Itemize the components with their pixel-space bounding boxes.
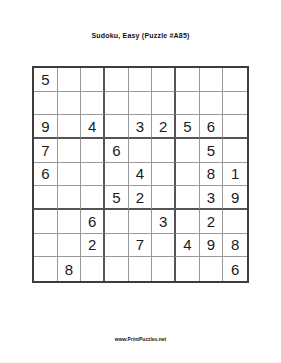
cell-r1c2[interactable] [58,68,82,92]
cell-r7c3[interactable]: 6 [81,210,105,234]
cell-r4c8[interactable]: 5 [200,139,224,163]
cell-r8c9[interactable]: 8 [223,234,247,258]
cell-r8c4[interactable] [105,234,129,258]
cell-r9c7[interactable] [176,257,200,281]
cell-r5c4[interactable] [105,163,129,187]
cell-r8c5[interactable]: 7 [129,234,153,258]
cell-r2c4[interactable] [105,92,129,116]
cell-r2c3[interactable] [81,92,105,116]
footer-url: www.PrintPuzzles.net [0,336,281,342]
cell-r4c5[interactable] [129,139,153,163]
puzzle-page: Sudoku, Easy (Puzzle #A85) 5943256765648… [0,0,281,363]
cell-r6c9[interactable]: 9 [223,186,247,210]
cell-r9c4[interactable] [105,257,129,281]
cell-r7c1[interactable] [34,210,58,234]
cell-r9c1[interactable] [34,257,58,281]
cell-r3c6[interactable]: 2 [152,115,176,139]
cell-r1c5[interactable] [129,68,153,92]
cell-r9c2[interactable]: 8 [58,257,82,281]
cell-r1c1[interactable]: 5 [34,68,58,92]
cell-r4c6[interactable] [152,139,176,163]
cell-r1c9[interactable] [223,68,247,92]
cell-r9c5[interactable] [129,257,153,281]
cell-r3c3[interactable]: 4 [81,115,105,139]
cell-r4c1[interactable]: 7 [34,139,58,163]
cell-r6c4[interactable]: 5 [105,186,129,210]
cell-r7c7[interactable] [176,210,200,234]
cell-r3c1[interactable]: 9 [34,115,58,139]
cell-r5c5[interactable]: 4 [129,163,153,187]
cell-r2c6[interactable] [152,92,176,116]
cell-r4c9[interactable] [223,139,247,163]
cell-r6c1[interactable] [34,186,58,210]
cell-r6c6[interactable] [152,186,176,210]
cell-r3c9[interactable] [223,115,247,139]
cell-r2c5[interactable] [129,92,153,116]
cell-r2c7[interactable] [176,92,200,116]
cell-r9c9[interactable]: 6 [223,257,247,281]
cell-r9c8[interactable] [200,257,224,281]
cell-r7c5[interactable] [129,210,153,234]
cell-r1c7[interactable] [176,68,200,92]
cell-r2c1[interactable] [34,92,58,116]
cell-r6c3[interactable] [81,186,105,210]
cell-r5c3[interactable] [81,163,105,187]
cell-r8c8[interactable]: 9 [200,234,224,258]
cell-r5c9[interactable]: 1 [223,163,247,187]
cell-r3c8[interactable]: 6 [200,115,224,139]
cell-r2c2[interactable] [58,92,82,116]
cell-r1c8[interactable] [200,68,224,92]
cell-r5c8[interactable]: 8 [200,163,224,187]
cell-r3c4[interactable] [105,115,129,139]
cell-r3c5[interactable]: 3 [129,115,153,139]
cell-r1c6[interactable] [152,68,176,92]
cell-r9c3[interactable] [81,257,105,281]
cell-r4c2[interactable] [58,139,82,163]
cell-r4c4[interactable]: 6 [105,139,129,163]
cell-r6c7[interactable] [176,186,200,210]
cell-r5c6[interactable] [152,163,176,187]
cell-r1c3[interactable] [81,68,105,92]
cell-r8c7[interactable]: 4 [176,234,200,258]
cell-r5c1[interactable]: 6 [34,163,58,187]
cell-r7c6[interactable]: 3 [152,210,176,234]
sudoku-board: 5943256765648152396322749886 [32,66,249,283]
cell-r9c6[interactable] [152,257,176,281]
cell-r2c8[interactable] [200,92,224,116]
cell-r7c4[interactable] [105,210,129,234]
cell-r6c5[interactable]: 2 [129,186,153,210]
cell-r8c3[interactable]: 2 [81,234,105,258]
cell-r7c9[interactable] [223,210,247,234]
cell-r4c7[interactable] [176,139,200,163]
cell-r3c7[interactable]: 5 [176,115,200,139]
cell-r8c1[interactable] [34,234,58,258]
cell-r5c2[interactable] [58,163,82,187]
cell-r3c2[interactable] [58,115,82,139]
cell-r1c4[interactable] [105,68,129,92]
cell-r4c3[interactable] [81,139,105,163]
cell-r2c9[interactable] [223,92,247,116]
cell-r8c2[interactable] [58,234,82,258]
cell-r5c7[interactable] [176,163,200,187]
cell-r6c8[interactable]: 3 [200,186,224,210]
page-title: Sudoku, Easy (Puzzle #A85) [0,32,281,39]
cell-r7c8[interactable]: 2 [200,210,224,234]
cell-r8c6[interactable] [152,234,176,258]
cell-r7c2[interactable] [58,210,82,234]
cell-r6c2[interactable] [58,186,82,210]
